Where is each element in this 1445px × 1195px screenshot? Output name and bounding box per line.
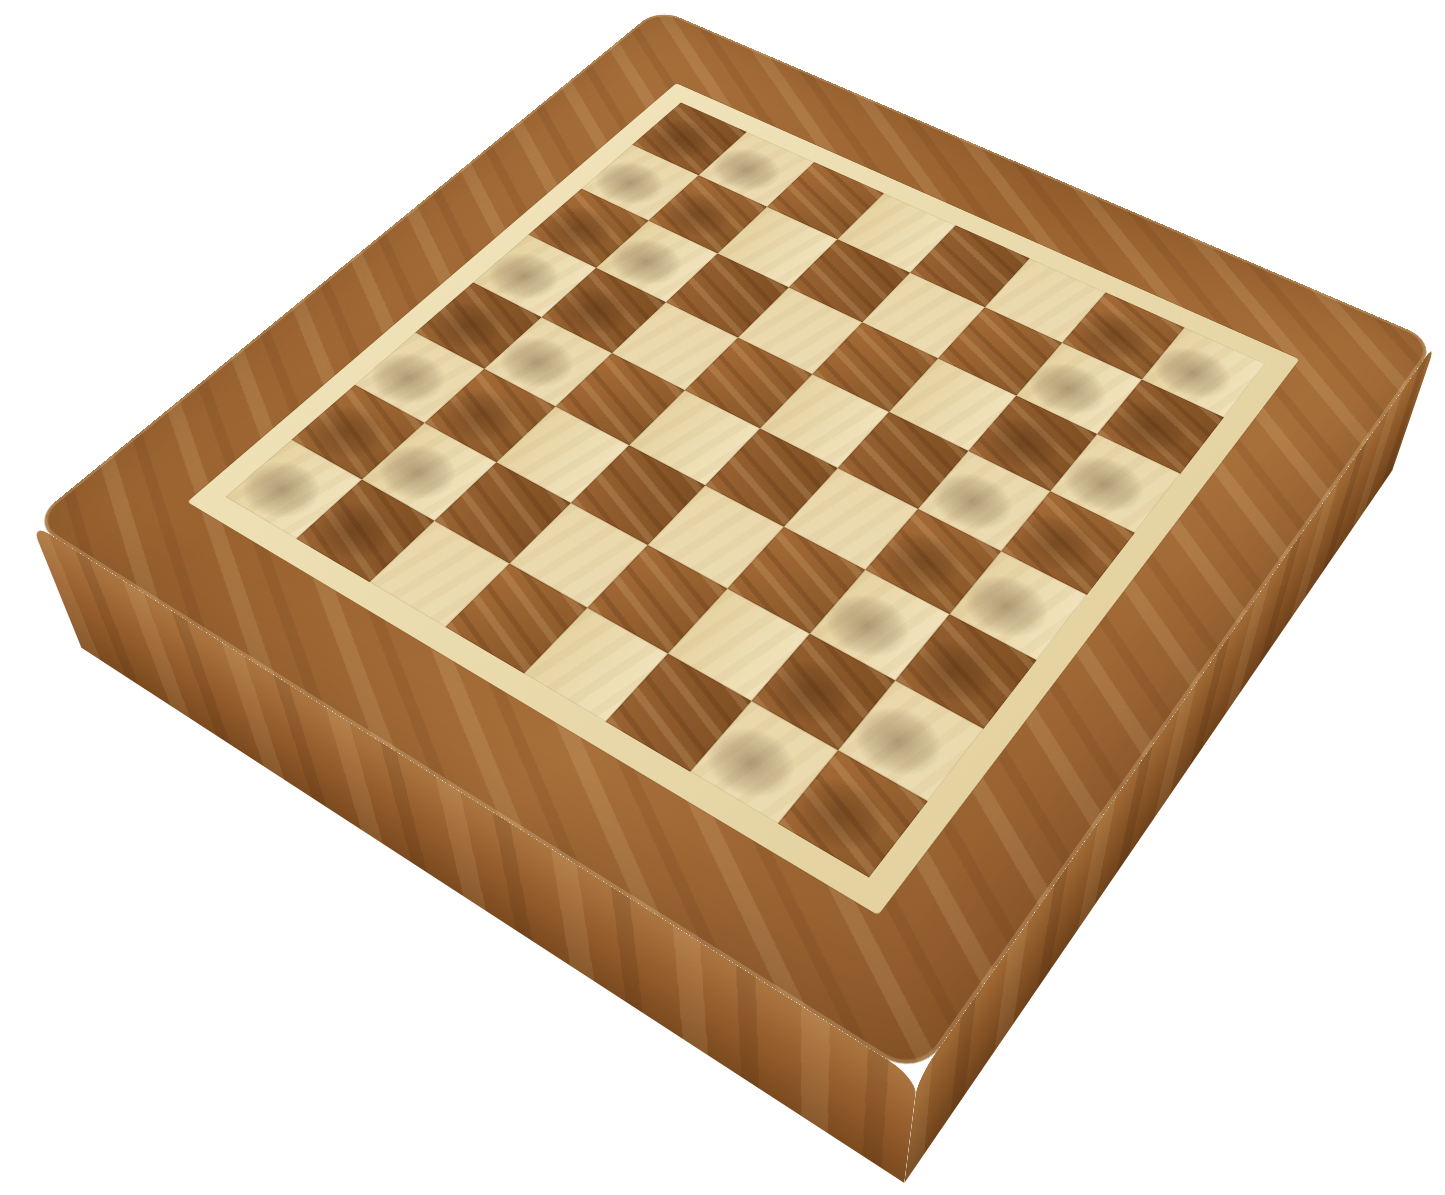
black-rook-icon: ♜ <box>752 593 955 820</box>
white-pawn-icon: ♟ <box>284 355 446 536</box>
board-top-surface: ♜♞♝♛♚♝♞♜♟♟♟♟♟♟♟♟♟♟♟♟♟♟♟♟♜♞♝♛♚♝♞♜ <box>30 8 1436 1078</box>
product-photo-stage: ♜♞♝♛♚♝♞♜♟♟♟♟♟♟♟♟♟♟♟♟♟♟♟♟♜♞♝♛♚♝♞♜ <box>0 0 1445 1195</box>
chess-board-box: ♜♞♝♛♚♝♞♜♟♟♟♟♟♟♟♟♟♟♟♟♟♟♟♟♜♞♝♛♚♝♞♜ <box>81 138 1392 1183</box>
scene-3d: ♜♞♝♛♚♝♞♜♟♟♟♟♟♟♟♟♟♟♟♟♟♟♟♟♜♞♝♛♚♝♞♜ <box>0 0 1445 1195</box>
